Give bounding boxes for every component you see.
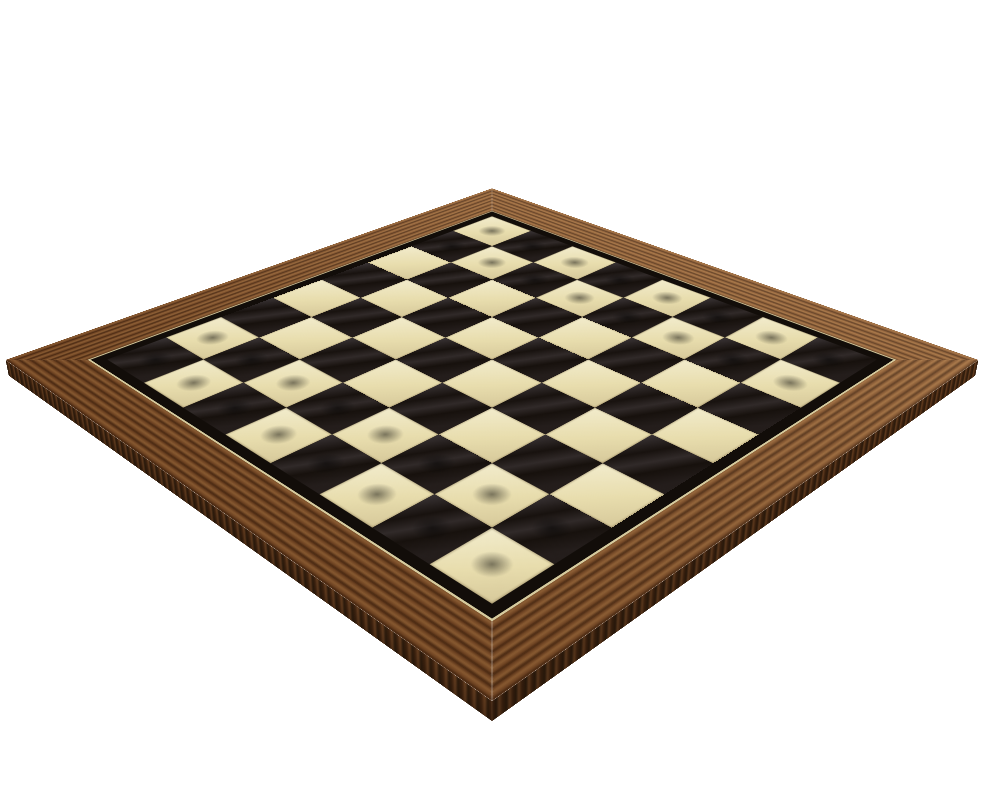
product-photo-scene: ♜♞♝♛♚♝♞♜♟♟♟♟♟♟♟♟♟♟♟♟♟♟♟♟♜♞♝♛♚♝♞♜ — [0, 0, 1000, 800]
chess-piece-glyph: ♟ — [649, 275, 708, 341]
chess-piece-glyph: ♟ — [759, 316, 822, 386]
chess-piece-glyph: ♟ — [702, 295, 763, 363]
chess-board: ♜♞♝♛♚♝♞♜♟♟♟♟♟♟♟♟♟♟♟♟♟♟♟♟♜♞♝♛♚♝♞♜ — [6, 188, 979, 701]
board-squares: ♜♞♝♛♚♝♞♜♟♟♟♟♟♟♟♟♟♟♟♟♟♟♟♟♜♞♝♛♚♝♞♜ — [107, 216, 876, 603]
chess-piece-glyph: ♟ — [599, 256, 656, 320]
chess-piece-glyph: ♜ — [439, 451, 546, 570]
